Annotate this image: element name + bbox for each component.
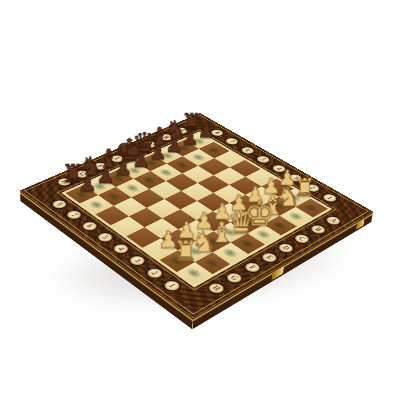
product-photo-scene: 88AA77BB66CC55DD44EE33FF22GG11HH ♜♟♟♜♞♟♟… xyxy=(0,0,400,400)
piece-white-rook-h1: ♜ xyxy=(172,225,198,278)
piece-black-pawn-h7: ♟ xyxy=(76,160,100,209)
brass-hinge xyxy=(356,219,365,230)
pawn-glyph: ♟ xyxy=(76,160,100,209)
rook-glyph: ♜ xyxy=(172,225,198,278)
